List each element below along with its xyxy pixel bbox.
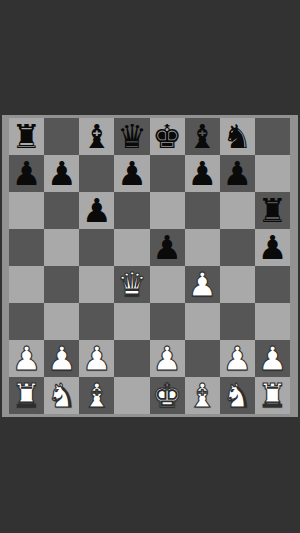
square-e7[interactable] <box>150 155 185 192</box>
piece-white-pawn[interactable]: ♟ <box>152 340 182 377</box>
piece-white-pawn[interactable]: ♟ <box>12 340 42 377</box>
piece-black-queen[interactable]: ♛ <box>117 118 147 155</box>
square-d7[interactable]: ♟ <box>114 155 149 192</box>
piece-white-pawn[interactable]: ♟ <box>187 266 217 303</box>
square-a4[interactable] <box>9 266 44 303</box>
square-h5[interactable]: ♟ <box>255 229 290 266</box>
square-h2[interactable]: ♟ <box>255 340 290 377</box>
square-g1[interactable]: ♞ <box>220 377 255 414</box>
square-c8[interactable]: ♝ <box>79 118 114 155</box>
square-f6[interactable] <box>185 192 220 229</box>
square-h4[interactable] <box>255 266 290 303</box>
square-c2[interactable]: ♟ <box>79 340 114 377</box>
piece-black-pawn[interactable]: ♟ <box>12 155 42 192</box>
piece-black-knight[interactable]: ♞ <box>223 118 253 155</box>
square-c7[interactable] <box>79 155 114 192</box>
piece-black-pawn[interactable]: ♟ <box>187 155 217 192</box>
square-c6[interactable]: ♟ <box>79 192 114 229</box>
square-f4[interactable]: ♟ <box>185 266 220 303</box>
square-a6[interactable] <box>9 192 44 229</box>
square-c1[interactable]: ♝ <box>79 377 114 414</box>
square-f7[interactable]: ♟ <box>185 155 220 192</box>
square-d8[interactable]: ♛ <box>114 118 149 155</box>
square-g6[interactable] <box>220 192 255 229</box>
square-e6[interactable] <box>150 192 185 229</box>
piece-white-pawn[interactable]: ♟ <box>223 340 253 377</box>
square-e8[interactable]: ♚ <box>150 118 185 155</box>
square-f2[interactable] <box>185 340 220 377</box>
square-b1[interactable]: ♞ <box>44 377 79 414</box>
square-h7[interactable] <box>255 155 290 192</box>
piece-white-knight[interactable]: ♞ <box>223 377 253 414</box>
square-d4[interactable]: ♛ <box>114 266 149 303</box>
square-g3[interactable] <box>220 303 255 340</box>
piece-white-pawn[interactable]: ♟ <box>47 340 77 377</box>
piece-black-rook[interactable]: ♜ <box>258 192 288 229</box>
square-g2[interactable]: ♟ <box>220 340 255 377</box>
square-c5[interactable] <box>79 229 114 266</box>
piece-white-knight[interactable]: ♞ <box>47 377 77 414</box>
square-b5[interactable] <box>44 229 79 266</box>
piece-black-pawn[interactable]: ♟ <box>258 229 288 266</box>
square-b7[interactable]: ♟ <box>44 155 79 192</box>
square-b3[interactable] <box>44 303 79 340</box>
square-a3[interactable] <box>9 303 44 340</box>
square-a8[interactable]: ♜ <box>9 118 44 155</box>
square-b8[interactable] <box>44 118 79 155</box>
piece-black-rook[interactable]: ♜ <box>12 118 42 155</box>
square-e4[interactable] <box>150 266 185 303</box>
piece-white-king[interactable]: ♚ <box>152 377 182 414</box>
square-h6[interactable]: ♜ <box>255 192 290 229</box>
square-c4[interactable] <box>79 266 114 303</box>
piece-black-pawn[interactable]: ♟ <box>47 155 77 192</box>
piece-black-bishop[interactable]: ♝ <box>187 118 217 155</box>
piece-white-pawn[interactable]: ♟ <box>258 340 288 377</box>
square-d5[interactable] <box>114 229 149 266</box>
square-g7[interactable]: ♟ <box>220 155 255 192</box>
square-h1[interactable]: ♜ <box>255 377 290 414</box>
square-f8[interactable]: ♝ <box>185 118 220 155</box>
piece-black-pawn[interactable]: ♟ <box>152 229 182 266</box>
piece-black-king[interactable]: ♚ <box>152 118 182 155</box>
square-f3[interactable] <box>185 303 220 340</box>
piece-white-rook[interactable]: ♜ <box>258 377 288 414</box>
app-background: ♜♝♛♚♝♞♟♟♟♟♟♟♜♟♟♛♟♟♟♟♟♟♟♜♞♝♚♝♞♜ <box>0 0 300 533</box>
piece-black-pawn[interactable]: ♟ <box>82 192 112 229</box>
square-b4[interactable] <box>44 266 79 303</box>
piece-white-queen[interactable]: ♛ <box>117 266 147 303</box>
board-frame: ♜♝♛♚♝♞♟♟♟♟♟♟♜♟♟♛♟♟♟♟♟♟♟♜♞♝♚♝♞♜ <box>2 115 298 417</box>
square-a2[interactable]: ♟ <box>9 340 44 377</box>
square-e3[interactable] <box>150 303 185 340</box>
square-a5[interactable] <box>9 229 44 266</box>
square-c3[interactable] <box>79 303 114 340</box>
square-e5[interactable]: ♟ <box>150 229 185 266</box>
square-d3[interactable] <box>114 303 149 340</box>
piece-white-bishop[interactable]: ♝ <box>82 377 112 414</box>
piece-black-pawn[interactable]: ♟ <box>223 155 253 192</box>
square-h8[interactable] <box>255 118 290 155</box>
square-a1[interactable]: ♜ <box>9 377 44 414</box>
square-e2[interactable]: ♟ <box>150 340 185 377</box>
square-d6[interactable] <box>114 192 149 229</box>
square-d1[interactable] <box>114 377 149 414</box>
square-b2[interactable]: ♟ <box>44 340 79 377</box>
square-b6[interactable] <box>44 192 79 229</box>
square-a7[interactable]: ♟ <box>9 155 44 192</box>
piece-white-pawn[interactable]: ♟ <box>82 340 112 377</box>
square-g4[interactable] <box>220 266 255 303</box>
square-e1[interactable]: ♚ <box>150 377 185 414</box>
piece-black-pawn[interactable]: ♟ <box>117 155 147 192</box>
chess-board[interactable]: ♜♝♛♚♝♞♟♟♟♟♟♟♜♟♟♛♟♟♟♟♟♟♟♜♞♝♚♝♞♜ <box>9 118 290 414</box>
piece-white-rook[interactable]: ♜ <box>12 377 42 414</box>
square-f1[interactable]: ♝ <box>185 377 220 414</box>
square-g8[interactable]: ♞ <box>220 118 255 155</box>
square-h3[interactable] <box>255 303 290 340</box>
square-f5[interactable] <box>185 229 220 266</box>
piece-black-bishop[interactable]: ♝ <box>82 118 112 155</box>
square-g5[interactable] <box>220 229 255 266</box>
piece-white-bishop[interactable]: ♝ <box>187 377 217 414</box>
square-d2[interactable] <box>114 340 149 377</box>
